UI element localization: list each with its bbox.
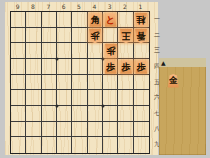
board-cell-7九[interactable] [42, 137, 57, 153]
rank-label-三: 三 [154, 47, 160, 53]
board-cell-7一[interactable] [42, 12, 57, 28]
file-label-5: 5 [77, 3, 81, 10]
board-cell-6九[interactable] [57, 137, 72, 153]
board-cell-5五[interactable] [72, 75, 87, 91]
board-cell-7六[interactable] [42, 90, 57, 106]
board-cell-4三[interactable] [88, 43, 103, 59]
file-label-6: 6 [62, 3, 66, 10]
board-grid: 角と桂歩王香歩歩歩歩 [10, 11, 150, 154]
board-cell-1七[interactable] [134, 106, 149, 122]
board-cell-6三[interactable] [57, 43, 72, 59]
board-cell-9三[interactable] [11, 43, 26, 59]
board-cell-2五[interactable] [118, 75, 133, 91]
board-cell-2六[interactable] [118, 90, 133, 106]
board-cell-6七[interactable] [57, 106, 72, 122]
board-cell-7二[interactable] [42, 28, 57, 44]
board-cell-9四[interactable] [11, 59, 26, 75]
board-cell-8五[interactable] [26, 75, 41, 91]
board-cell-8七[interactable] [26, 106, 41, 122]
komadai-sente: ▲ 金 [159, 58, 206, 155]
board-cell-5八[interactable] [72, 122, 87, 138]
rank-label-一: 一 [154, 16, 160, 22]
board-cell-2七[interactable] [118, 106, 133, 122]
board-cell-6六[interactable] [57, 90, 72, 106]
board-cell-9六[interactable] [11, 90, 26, 106]
shogi-board: 987654321 一二三四五六七八九 角と桂歩王香歩歩歩歩 [5, 2, 158, 155]
shogi-app: 987654321 一二三四五六七八九 角と桂歩王香歩歩歩歩 ▲ 金 [0, 0, 210, 158]
board-cell-1六[interactable] [134, 90, 149, 106]
board-cell-8一[interactable] [26, 12, 41, 28]
file-label-9: 9 [16, 3, 20, 10]
file-label-7: 7 [46, 3, 50, 10]
hoshi-dot [56, 58, 59, 61]
board-cell-4八[interactable] [88, 122, 103, 138]
board-cell-3八[interactable] [103, 122, 118, 138]
board-cell-7七[interactable] [42, 106, 57, 122]
board-cell-6一[interactable] [57, 12, 72, 28]
board-cell-3七[interactable] [103, 106, 118, 122]
board-cell-5一[interactable] [72, 12, 87, 28]
board-cell-2八[interactable] [118, 122, 133, 138]
board-cell-5二[interactable] [72, 28, 87, 44]
board-cell-9五[interactable] [11, 75, 26, 91]
board-cell-3五[interactable] [103, 75, 118, 91]
board-cell-3九[interactable] [103, 137, 118, 153]
board-cell-4七[interactable] [88, 106, 103, 122]
hand-piece-金[interactable]: 金 [167, 74, 180, 88]
board-cell-7四[interactable] [42, 59, 57, 75]
file-label-4: 4 [92, 3, 96, 10]
board-cell-1五[interactable] [134, 75, 149, 91]
board-cell-9一[interactable] [11, 12, 26, 28]
board-cell-8二[interactable] [26, 28, 41, 44]
board-cell-5六[interactable] [72, 90, 87, 106]
board-cell-9八[interactable] [11, 122, 26, 138]
board-cell-7五[interactable] [42, 75, 57, 91]
file-label-2: 2 [123, 3, 127, 10]
board-cell-8六[interactable] [26, 90, 41, 106]
board-cell-5三[interactable] [72, 43, 87, 59]
komadai-header: ▲ [159, 58, 206, 67]
board-cell-8九[interactable] [26, 137, 41, 153]
board-cell-4六[interactable] [88, 90, 103, 106]
board-cell-9七[interactable] [11, 106, 26, 122]
file-label-8: 8 [31, 3, 35, 10]
file-label-3: 3 [108, 3, 112, 10]
board-cell-6二[interactable] [57, 28, 72, 44]
sente-marker-icon: ▲ [161, 60, 166, 66]
hoshi-dot [102, 105, 105, 108]
board-cell-3二[interactable] [103, 28, 118, 44]
board-cell-4四[interactable] [88, 59, 103, 75]
board-cell-1三[interactable] [134, 43, 149, 59]
board-cell-5四[interactable] [72, 59, 87, 75]
board-cell-6五[interactable] [57, 75, 72, 91]
board-cell-9九[interactable] [11, 137, 26, 153]
board-cell-8八[interactable] [26, 122, 41, 138]
board-cell-9二[interactable] [11, 28, 26, 44]
file-label-1: 1 [138, 3, 142, 10]
board-cell-4五[interactable] [88, 75, 103, 91]
board-cell-2三[interactable] [118, 43, 133, 59]
board-cell-1九[interactable] [134, 137, 149, 153]
board-cell-5七[interactable] [72, 106, 87, 122]
board-cell-6四[interactable] [57, 59, 72, 75]
rank-label-二: 二 [154, 32, 160, 38]
board-cell-2九[interactable] [118, 137, 133, 153]
board-cell-2一[interactable] [118, 12, 133, 28]
board-cell-7三[interactable] [42, 43, 57, 59]
board-cell-7八[interactable] [42, 122, 57, 138]
board-cell-3六[interactable] [103, 90, 118, 106]
board-cell-6八[interactable] [57, 122, 72, 138]
board-cell-4九[interactable] [88, 137, 103, 153]
hoshi-dot [56, 105, 59, 108]
board-cell-1八[interactable] [134, 122, 149, 138]
board-cell-8三[interactable] [26, 43, 41, 59]
board-cell-5九[interactable] [72, 137, 87, 153]
board-cell-8四[interactable] [26, 59, 41, 75]
